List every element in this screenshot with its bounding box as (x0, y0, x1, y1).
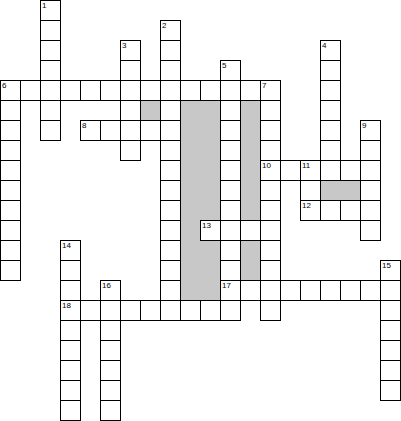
shaded-block (200, 180, 220, 200)
cell-r5-c0[interactable] (0, 100, 21, 121)
cell-r8-c16[interactable] (320, 160, 341, 181)
cell-r10-c15[interactable]: 12 (300, 200, 321, 221)
cell-r12-c13[interactable] (260, 240, 281, 261)
cell-r6-c6[interactable] (120, 120, 141, 141)
crossword-board: 123456789101112131415161718 (0, 0, 401, 421)
cell-r8-c8[interactable] (160, 160, 181, 181)
cell-r6-c18[interactable]: 9 (360, 120, 381, 141)
cell-r1-c8[interactable]: 2 (160, 20, 181, 41)
cell-r5-c11[interactable] (220, 100, 241, 121)
cell-r19-c3[interactable] (60, 380, 81, 401)
cell-r10-c8[interactable] (160, 200, 181, 221)
cell-r2-c8[interactable] (160, 40, 181, 61)
clue-number: 16 (102, 281, 111, 290)
cell-r4-c5[interactable] (100, 80, 121, 101)
cell-r7-c8[interactable] (160, 140, 181, 161)
cell-r20-c3[interactable] (60, 400, 81, 421)
shaded-block (180, 100, 200, 120)
cell-r9-c8[interactable] (160, 180, 181, 201)
cell-r6-c13[interactable] (260, 120, 281, 141)
cell-r7-c13[interactable] (260, 140, 281, 161)
clue-number: 1 (42, 1, 46, 10)
cell-r4-c13[interactable]: 7 (260, 80, 281, 101)
shaded-block (180, 120, 200, 140)
shaded-block (180, 260, 200, 280)
cell-r4-c10[interactable] (200, 80, 221, 101)
shaded-block (180, 280, 200, 300)
cell-r11-c13[interactable] (260, 220, 281, 241)
cell-r17-c3[interactable] (60, 340, 81, 361)
cell-r8-c18[interactable] (360, 160, 381, 181)
cell-r0-c2[interactable]: 1 (40, 0, 61, 21)
clue-number: 12 (302, 201, 311, 210)
cell-r15-c5[interactable] (100, 300, 121, 321)
shaded-block (180, 160, 200, 180)
cell-r14-c13[interactable] (260, 280, 281, 301)
clue-number: 2 (162, 21, 166, 30)
cell-r3-c6[interactable] (120, 60, 141, 81)
clue-number: 7 (262, 81, 266, 90)
cell-r11-c12[interactable] (240, 220, 261, 241)
cell-r14-c11[interactable]: 17 (220, 280, 241, 301)
clue-number: 11 (302, 161, 310, 170)
cell-r9-c11[interactable] (220, 180, 241, 201)
cell-r15-c9[interactable] (180, 300, 201, 321)
cell-r8-c17[interactable] (340, 160, 361, 181)
shaded-block (240, 120, 260, 140)
shaded-block (200, 200, 220, 220)
shaded-block (200, 140, 220, 160)
cell-r9-c15[interactable] (300, 180, 321, 201)
cell-r4-c11[interactable] (220, 80, 241, 101)
cell-r13-c19[interactable]: 15 (380, 260, 401, 281)
cell-r14-c19[interactable] (380, 280, 401, 301)
cell-r13-c8[interactable] (160, 260, 181, 281)
cell-r6-c4[interactable]: 8 (80, 120, 101, 141)
cell-r5-c13[interactable] (260, 100, 281, 121)
cell-r11-c11[interactable] (220, 220, 241, 241)
cell-r14-c12[interactable] (240, 280, 261, 301)
cell-r11-c10[interactable]: 13 (200, 220, 221, 241)
shaded-block (180, 220, 200, 240)
cell-r15-c19[interactable] (380, 300, 401, 321)
clue-number: 14 (62, 241, 71, 250)
clue-number: 5 (222, 61, 226, 70)
cell-r10-c16[interactable] (320, 200, 341, 221)
cell-r12-c3[interactable]: 14 (60, 240, 81, 261)
cell-r20-c5[interactable] (100, 400, 121, 421)
shaded-block (200, 160, 220, 180)
cell-r6-c2[interactable] (40, 120, 61, 141)
cell-r6-c7[interactable] (140, 120, 161, 141)
cell-r14-c8[interactable] (160, 280, 181, 301)
cell-r3-c8[interactable] (160, 60, 181, 81)
cell-r10-c17[interactable] (340, 200, 361, 221)
cell-r14-c3[interactable] (60, 280, 81, 301)
cell-r17-c19[interactable] (380, 340, 401, 361)
cell-r13-c11[interactable] (220, 260, 241, 281)
cell-r7-c18[interactable] (360, 140, 381, 161)
cell-r16-c5[interactable] (100, 320, 121, 341)
shaded-block (240, 200, 260, 220)
shaded-block (200, 260, 220, 280)
cell-r6-c11[interactable] (220, 120, 241, 141)
cell-r12-c0[interactable] (0, 240, 21, 261)
shaded-block (180, 180, 200, 200)
cell-r4-c4[interactable] (80, 80, 101, 101)
clue-number: 8 (82, 121, 86, 130)
cell-r14-c18[interactable] (360, 280, 381, 301)
clue-number: 15 (382, 261, 391, 270)
cell-r10-c13[interactable] (260, 200, 281, 221)
cell-r4-c12[interactable] (240, 80, 261, 101)
cell-r4-c0[interactable]: 6 (0, 80, 21, 101)
cell-r4-c9[interactable] (180, 80, 201, 101)
cell-r12-c8[interactable] (160, 240, 181, 261)
cell-r4-c16[interactable] (320, 80, 341, 101)
cell-r2-c6[interactable]: 3 (120, 40, 141, 61)
clue-number: 6 (2, 81, 6, 90)
cell-r9-c13[interactable] (260, 180, 281, 201)
cell-r14-c5[interactable]: 16 (100, 280, 121, 301)
cell-r15-c10[interactable] (200, 300, 221, 321)
cell-r13-c0[interactable] (0, 260, 21, 281)
clue-number: 18 (62, 301, 71, 310)
cell-r15-c13[interactable] (260, 300, 281, 321)
clue-number: 17 (222, 281, 231, 290)
cell-r4-c6[interactable] (120, 80, 141, 101)
cell-r5-c16[interactable] (320, 100, 341, 121)
cell-r7-c16[interactable] (320, 140, 341, 161)
cell-r15-c6[interactable] (120, 300, 141, 321)
cell-r16-c3[interactable] (60, 320, 81, 341)
cell-r13-c3[interactable] (60, 260, 81, 281)
cell-r3-c2[interactable] (40, 60, 61, 81)
cell-r13-c13[interactable] (260, 260, 281, 281)
cell-r17-c5[interactable] (100, 340, 121, 361)
cell-r15-c3[interactable]: 18 (60, 300, 81, 321)
cell-r5-c6[interactable] (120, 100, 141, 121)
cell-r15-c4[interactable] (80, 300, 101, 321)
cell-r19-c5[interactable] (100, 380, 121, 401)
clue-number: 3 (122, 41, 126, 50)
shaded-block (240, 240, 260, 260)
shaded-block (320, 180, 340, 200)
cell-r9-c0[interactable] (0, 180, 21, 201)
cell-r4-c2[interactable] (40, 80, 61, 101)
cell-r4-c3[interactable] (60, 80, 81, 101)
cell-r11-c18[interactable] (360, 220, 381, 241)
cell-r14-c15[interactable] (300, 280, 321, 301)
cell-r3-c16[interactable] (320, 60, 341, 81)
clue-number: 9 (362, 121, 366, 130)
shaded-block (180, 240, 200, 260)
cell-r11-c0[interactable] (0, 220, 21, 241)
shaded-block (240, 260, 260, 280)
shaded-block (240, 160, 260, 180)
cell-r8-c11[interactable] (220, 160, 241, 181)
shaded-block (240, 140, 260, 160)
cell-r3-c11[interactable]: 5 (220, 60, 241, 81)
cell-r14-c14[interactable] (280, 280, 301, 301)
shaded-block (200, 100, 220, 120)
cell-r18-c5[interactable] (100, 360, 121, 381)
shaded-block (240, 180, 260, 200)
cell-r15-c8[interactable] (160, 300, 181, 321)
cell-r18-c19[interactable] (380, 360, 401, 381)
cell-r7-c11[interactable] (220, 140, 241, 161)
cell-r15-c11[interactable] (220, 300, 241, 321)
clue-number: 13 (202, 221, 211, 230)
cell-r4-c1[interactable] (20, 80, 41, 101)
cell-r2-c2[interactable] (40, 40, 61, 61)
cell-r8-c14[interactable] (280, 160, 301, 181)
cell-r18-c3[interactable] (60, 360, 81, 381)
cell-r5-c8[interactable] (160, 100, 181, 121)
cell-r8-c15[interactable]: 11 (300, 160, 321, 181)
cell-r14-c16[interactable] (320, 280, 341, 301)
cell-r16-c19[interactable] (380, 320, 401, 341)
cell-r2-c16[interactable]: 4 (320, 40, 341, 61)
cell-r1-c2[interactable] (40, 20, 61, 41)
shaded-block (180, 200, 200, 220)
shaded-block (340, 180, 360, 200)
cell-r7-c0[interactable] (0, 140, 21, 161)
cell-r6-c16[interactable] (320, 120, 341, 141)
shaded-block (240, 100, 260, 120)
cell-r6-c8[interactable] (160, 120, 181, 141)
shaded-block (200, 240, 220, 260)
shaded-block (180, 140, 200, 160)
shaded-block (140, 100, 160, 120)
cell-r8-c13[interactable]: 10 (260, 160, 281, 181)
clue-number: 4 (322, 41, 326, 50)
cell-r5-c2[interactable] (40, 100, 61, 121)
cell-r14-c17[interactable] (340, 280, 361, 301)
clue-number: 10 (262, 161, 271, 170)
cell-r10-c18[interactable] (360, 200, 381, 221)
cell-r12-c11[interactable] (220, 240, 241, 261)
cell-r15-c7[interactable] (140, 300, 161, 321)
shaded-block (200, 280, 220, 300)
cell-r7-c6[interactable] (120, 140, 141, 161)
cell-r19-c19[interactable] (380, 380, 401, 401)
cell-r11-c8[interactable] (160, 220, 181, 241)
shaded-block (200, 120, 220, 140)
cell-r4-c7[interactable] (140, 80, 161, 101)
cell-r4-c8[interactable] (160, 80, 181, 101)
cell-r10-c0[interactable] (0, 200, 21, 221)
cell-r10-c11[interactable] (220, 200, 241, 221)
cell-r6-c5[interactable] (100, 120, 121, 141)
cell-r8-c0[interactable] (0, 160, 21, 181)
cell-r9-c18[interactable] (360, 180, 381, 201)
cell-r6-c0[interactable] (0, 120, 21, 141)
